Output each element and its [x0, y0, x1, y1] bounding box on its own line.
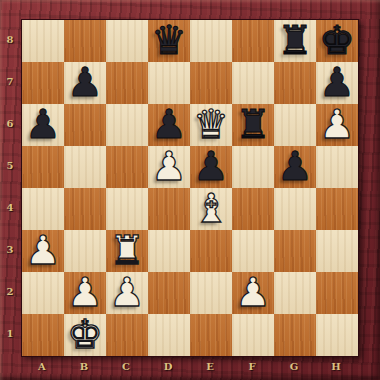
black-rook: ♜	[235, 104, 271, 144]
square-h6[interactable]: ♟	[316, 104, 358, 146]
white-pawn: ♟	[319, 104, 355, 144]
white-pawn: ♟	[151, 146, 187, 186]
square-g5[interactable]: ♟	[274, 146, 316, 188]
square-h4[interactable]	[316, 188, 358, 230]
board-frame: ♛♜♚♟♟♟♟♛♜♟♟♟♟♝♟♜♟♟♟♚ 87654321ABCDEFGH	[0, 0, 380, 380]
square-f4[interactable]	[232, 188, 274, 230]
square-e4[interactable]: ♝	[190, 188, 232, 230]
black-rook: ♜	[277, 20, 313, 60]
file-label-h: H	[315, 356, 357, 378]
square-h2[interactable]	[316, 272, 358, 314]
chess-board: ♛♜♚♟♟♟♟♛♜♟♟♟♟♝♟♜♟♟♟♚	[21, 19, 359, 357]
file-label-d: D	[147, 356, 189, 378]
square-e2[interactable]	[190, 272, 232, 314]
square-b7[interactable]: ♟	[64, 62, 106, 104]
black-pawn: ♟	[67, 62, 103, 102]
square-b8[interactable]	[64, 20, 106, 62]
rank-label-5: 5	[0, 145, 20, 187]
rank-label-8: 8	[0, 19, 20, 61]
square-b2[interactable]: ♟	[64, 272, 106, 314]
square-a7[interactable]	[22, 62, 64, 104]
square-f5[interactable]	[232, 146, 274, 188]
white-queen: ♛	[193, 104, 229, 144]
rank-label-1: 1	[0, 313, 20, 355]
square-g7[interactable]	[274, 62, 316, 104]
white-pawn: ♟	[109, 272, 145, 312]
square-f6[interactable]: ♜	[232, 104, 274, 146]
square-a5[interactable]	[22, 146, 64, 188]
white-rook: ♜	[109, 230, 145, 270]
square-f2[interactable]: ♟	[232, 272, 274, 314]
square-e6[interactable]: ♛	[190, 104, 232, 146]
square-a3[interactable]: ♟	[22, 230, 64, 272]
black-pawn: ♟	[151, 104, 187, 144]
square-h8[interactable]: ♚	[316, 20, 358, 62]
black-pawn: ♟	[277, 146, 313, 186]
square-g1[interactable]	[274, 314, 316, 356]
square-g8[interactable]: ♜	[274, 20, 316, 62]
square-f7[interactable]	[232, 62, 274, 104]
white-pawn: ♟	[67, 272, 103, 312]
file-label-e: E	[189, 356, 231, 378]
square-c2[interactable]: ♟	[106, 272, 148, 314]
square-e5[interactable]: ♟	[190, 146, 232, 188]
square-b6[interactable]	[64, 104, 106, 146]
rank-label-3: 3	[0, 229, 20, 271]
square-d5[interactable]: ♟	[148, 146, 190, 188]
square-f1[interactable]	[232, 314, 274, 356]
square-a8[interactable]	[22, 20, 64, 62]
square-c1[interactable]	[106, 314, 148, 356]
square-e3[interactable]	[190, 230, 232, 272]
square-d1[interactable]	[148, 314, 190, 356]
square-e1[interactable]	[190, 314, 232, 356]
square-b4[interactable]	[64, 188, 106, 230]
square-h3[interactable]	[316, 230, 358, 272]
rank-label-2: 2	[0, 271, 20, 313]
square-c4[interactable]	[106, 188, 148, 230]
square-b5[interactable]	[64, 146, 106, 188]
square-h7[interactable]: ♟	[316, 62, 358, 104]
rank-label-4: 4	[0, 187, 20, 229]
square-g6[interactable]	[274, 104, 316, 146]
square-b3[interactable]	[64, 230, 106, 272]
square-d6[interactable]: ♟	[148, 104, 190, 146]
square-f8[interactable]	[232, 20, 274, 62]
square-a4[interactable]	[22, 188, 64, 230]
square-a6[interactable]: ♟	[22, 104, 64, 146]
square-h1[interactable]	[316, 314, 358, 356]
square-h5[interactable]	[316, 146, 358, 188]
square-d4[interactable]	[148, 188, 190, 230]
square-f3[interactable]	[232, 230, 274, 272]
rank-label-6: 6	[0, 103, 20, 145]
square-g4[interactable]	[274, 188, 316, 230]
square-c8[interactable]	[106, 20, 148, 62]
white-bishop: ♝	[193, 188, 229, 228]
square-g2[interactable]	[274, 272, 316, 314]
black-pawn: ♟	[193, 146, 229, 186]
square-e8[interactable]	[190, 20, 232, 62]
square-d7[interactable]	[148, 62, 190, 104]
black-queen: ♛	[151, 20, 187, 60]
square-d8[interactable]: ♛	[148, 20, 190, 62]
square-d3[interactable]	[148, 230, 190, 272]
square-a1[interactable]	[22, 314, 64, 356]
file-label-b: B	[63, 356, 105, 378]
square-c6[interactable]	[106, 104, 148, 146]
black-king: ♚	[319, 20, 355, 60]
square-d2[interactable]	[148, 272, 190, 314]
square-c7[interactable]	[106, 62, 148, 104]
square-e7[interactable]	[190, 62, 232, 104]
white-pawn: ♟	[25, 230, 61, 270]
square-g3[interactable]	[274, 230, 316, 272]
square-a2[interactable]	[22, 272, 64, 314]
square-c3[interactable]: ♜	[106, 230, 148, 272]
file-label-a: A	[21, 356, 63, 378]
square-c5[interactable]	[106, 146, 148, 188]
black-pawn: ♟	[25, 104, 61, 144]
file-label-c: C	[105, 356, 147, 378]
file-label-g: G	[273, 356, 315, 378]
rank-label-7: 7	[0, 61, 20, 103]
square-b1[interactable]: ♚	[64, 314, 106, 356]
file-label-f: F	[231, 356, 273, 378]
white-pawn: ♟	[235, 272, 271, 312]
white-king: ♚	[67, 314, 103, 354]
black-pawn: ♟	[319, 62, 355, 102]
